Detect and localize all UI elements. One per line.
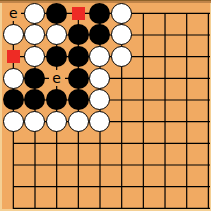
point-r7-c0[interactable] [3, 154, 25, 176]
white-stone [89, 46, 110, 67]
black-stone [89, 3, 110, 24]
point-r1-c5[interactable] [111, 24, 133, 46]
point-r7-c2[interactable] [46, 154, 68, 176]
point-r2-c8[interactable] [176, 46, 198, 68]
go-board-grid: ee [3, 3, 212, 212]
point-r3-c8[interactable] [176, 67, 198, 89]
point-r2-c3[interactable] [67, 46, 89, 68]
point-r8-c0[interactable] [3, 176, 25, 198]
point-r5-c8[interactable] [176, 111, 198, 133]
point-r5-c2[interactable] [46, 111, 68, 133]
point-r7-c9[interactable] [197, 154, 211, 176]
point-r6-c8[interactable] [176, 132, 198, 154]
white-stone [111, 24, 132, 45]
point-r7-c1[interactable] [24, 154, 46, 176]
point-r1-c2[interactable] [46, 24, 68, 46]
point-r0-c1[interactable] [24, 3, 46, 25]
point-r1-c7[interactable] [154, 24, 176, 46]
point-r8-c9[interactable] [197, 176, 211, 198]
point-r0-c3[interactable] [67, 3, 89, 25]
white-stone [24, 111, 45, 132]
point-r0-c6[interactable] [132, 3, 154, 25]
point-r2-c6[interactable] [132, 46, 154, 68]
point-r1-c4[interactable] [89, 24, 111, 46]
point-r2-c7[interactable] [154, 46, 176, 68]
point-r5-c5[interactable] [111, 111, 133, 133]
point-r2-c2[interactable] [46, 46, 68, 68]
point-r3-c5[interactable] [111, 67, 133, 89]
black-stone [3, 89, 24, 110]
point-r1-c1[interactable] [24, 24, 46, 46]
point-r4-c8[interactable] [176, 89, 198, 111]
point-r5-c4[interactable] [89, 111, 111, 133]
point-r6-c3[interactable] [67, 132, 89, 154]
point-r5-c3[interactable] [67, 111, 89, 133]
point-r1-c0[interactable] [3, 24, 25, 46]
point-r4-c0[interactable] [3, 89, 25, 111]
black-stone [46, 46, 67, 67]
point-r5-c6[interactable] [132, 111, 154, 133]
white-stone [89, 68, 110, 89]
point-r2-c9[interactable] [197, 46, 211, 68]
black-stone [68, 89, 89, 110]
point-r0-c8[interactable] [176, 3, 198, 25]
point-r1-c3[interactable] [67, 24, 89, 46]
point-r0-c9[interactable] [197, 3, 211, 25]
white-stone [46, 24, 67, 45]
white-stone [89, 89, 110, 110]
point-r3-c2[interactable]: e [46, 67, 68, 89]
point-r5-c1[interactable] [24, 111, 46, 133]
board-left-edge [0, 3, 2, 211]
point-r3-c3[interactable] [67, 67, 89, 89]
point-r2-c0[interactable] [3, 46, 25, 68]
board-top-edge [0, 0, 211, 3]
board-right-edge [210, 3, 211, 211]
point-r6-c0[interactable] [3, 132, 25, 154]
point-r7-c8[interactable] [176, 154, 198, 176]
point-r7-c7[interactable] [154, 154, 176, 176]
black-stone [89, 24, 110, 45]
point-r6-c1[interactable] [24, 132, 46, 154]
point-r8-c4[interactable] [89, 176, 111, 198]
point-r5-c0[interactable] [3, 111, 25, 133]
point-r3-c6[interactable] [132, 67, 154, 89]
red-square-mark [7, 50, 20, 63]
point-r4-c2[interactable] [46, 89, 68, 111]
point-r6-c7[interactable] [154, 132, 176, 154]
point-r8-c8[interactable] [176, 176, 198, 198]
black-stone [68, 68, 89, 89]
point-r8-c6[interactable] [132, 176, 154, 198]
point-r3-c7[interactable] [154, 67, 176, 89]
point-r1-c8[interactable] [176, 24, 198, 46]
point-r5-c7[interactable] [154, 111, 176, 133]
white-stone [3, 24, 24, 45]
point-r4-c3[interactable] [67, 89, 89, 111]
black-stone [68, 24, 89, 45]
point-r0-c2[interactable] [46, 3, 68, 25]
point-r8-c5[interactable] [111, 176, 133, 198]
white-stone [3, 68, 24, 89]
point-r2-c5[interactable] [111, 46, 133, 68]
point-r4-c6[interactable] [132, 89, 154, 111]
white-stone [24, 3, 45, 24]
point-r3-c1[interactable] [24, 67, 46, 89]
point-r3-c9[interactable] [197, 67, 211, 89]
white-stone [24, 46, 45, 67]
white-stone [89, 111, 110, 132]
point-r7-c4[interactable] [89, 154, 111, 176]
point-r4-c9[interactable] [197, 89, 211, 111]
white-stone [111, 46, 132, 67]
point-r4-c1[interactable] [24, 89, 46, 111]
point-r0-c7[interactable] [154, 3, 176, 25]
point-r0-c4[interactable] [89, 3, 111, 25]
point-r8-c7[interactable] [154, 176, 176, 198]
point-r6-c5[interactable] [111, 132, 133, 154]
red-square-mark [72, 7, 85, 20]
point-r1-c9[interactable] [197, 24, 211, 46]
black-stone [68, 46, 89, 67]
point-r0-c5[interactable] [111, 3, 133, 25]
point-r7-c3[interactable] [67, 154, 89, 176]
point-r6-c2[interactable] [46, 132, 68, 154]
point-r7-c5[interactable] [111, 154, 133, 176]
white-stone [24, 24, 45, 45]
point-r4-c7[interactable] [154, 89, 176, 111]
point-r7-c6[interactable] [132, 154, 154, 176]
point-r8-c2[interactable] [46, 176, 68, 198]
point-r0-c0[interactable]: e [3, 3, 25, 25]
point-r6-c4[interactable] [89, 132, 111, 154]
go-board: ee [0, 0, 211, 211]
point-r6-c6[interactable] [132, 132, 154, 154]
point-r2-c4[interactable] [89, 46, 111, 68]
white-stone [46, 111, 67, 132]
point-r5-c9[interactable] [197, 111, 211, 133]
point-r2-c1[interactable] [24, 46, 46, 68]
point-r3-c0[interactable] [3, 67, 25, 89]
point-r6-c9[interactable] [197, 132, 211, 154]
black-stone [24, 68, 45, 89]
point-label: e [5, 5, 21, 21]
white-stone [3, 111, 24, 132]
black-stone [46, 89, 67, 110]
point-r1-c6[interactable] [132, 24, 154, 46]
board-bottom-edge [2, 209, 210, 211]
point-r8-c1[interactable] [24, 176, 46, 198]
point-r8-c3[interactable] [67, 176, 89, 198]
white-stone [111, 3, 132, 24]
white-stone [68, 111, 89, 132]
point-r4-c4[interactable] [89, 89, 111, 111]
black-stone [46, 3, 67, 24]
point-label: e [49, 70, 65, 86]
point-r4-c5[interactable] [111, 89, 133, 111]
point-r3-c4[interactable] [89, 67, 111, 89]
black-stone [24, 89, 45, 110]
